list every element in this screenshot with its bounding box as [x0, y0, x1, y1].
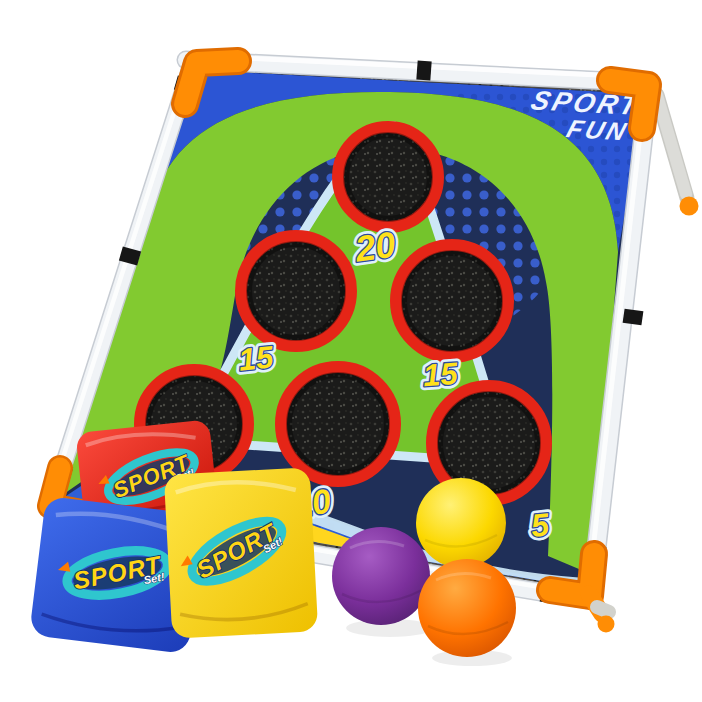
frame-leg [657, 95, 699, 216]
label-20: 20 20 [352, 224, 398, 270]
ball-orange [418, 559, 516, 657]
ball-purple [332, 527, 430, 625]
hole-mid-right-15 [396, 245, 508, 357]
hole-bottom-center-10 [281, 367, 395, 481]
label-15l-text: 15 [237, 339, 276, 377]
hole-mid-left-15 [241, 236, 351, 346]
ball-yellow [416, 478, 506, 568]
label-15r-text: 15 [422, 356, 460, 393]
label-15-left: 15 15 [237, 339, 276, 377]
brand-line2: FUN [564, 115, 633, 145]
product-photo-bean-bag-toss: 20 20 15 15 15 15 10 10 5 5 SPORT FUN [0, 0, 702, 702]
hole-top-20 [338, 127, 438, 227]
label-15-right: 15 15 [422, 356, 460, 393]
leg-tip-cap [680, 197, 699, 216]
toss-game-scene: 20 20 15 15 15 15 10 10 5 5 SPORT FUN [0, 0, 702, 702]
bean-bag-yellow: SPORT Set! [164, 467, 318, 638]
label-20-text: 20 [352, 224, 398, 270]
corner-foot-tip [598, 616, 615, 633]
